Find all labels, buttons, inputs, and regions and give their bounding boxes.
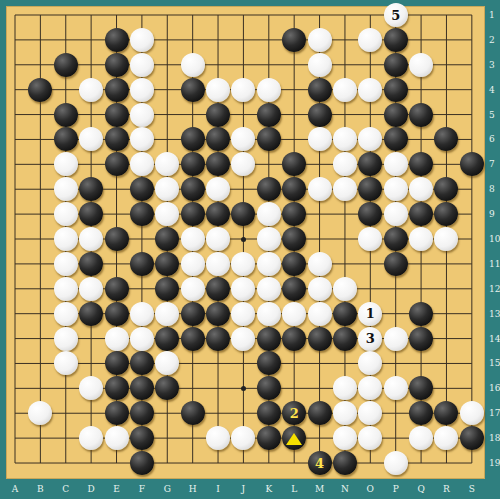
column-label-F: F [139, 484, 145, 494]
black-stone-P3[interactable] [384, 53, 408, 77]
black-stone-E2[interactable] [105, 28, 129, 52]
black-stone-M14[interactable] [308, 327, 332, 351]
white-stone-M2[interactable] [308, 28, 332, 52]
white-stone-O4[interactable] [358, 78, 382, 102]
move-4-stone[interactable]: 4 [308, 451, 332, 475]
black-stone-K8[interactable] [257, 177, 281, 201]
black-stone-H17[interactable] [181, 401, 205, 425]
row-label-12: 12 [489, 284, 500, 294]
move-1-stone[interactable]: 1 [358, 302, 382, 326]
column-label-O: O [367, 484, 374, 494]
row-label-11: 11 [489, 259, 500, 269]
white-stone-C11[interactable] [54, 252, 78, 276]
white-stone-P8[interactable] [384, 177, 408, 201]
row-label-1: 1 [489, 10, 495, 20]
black-stone-G14[interactable] [155, 327, 179, 351]
row-label-18: 18 [489, 433, 500, 443]
column-label-D: D [88, 484, 95, 494]
white-stone-I4[interactable] [206, 78, 230, 102]
black-stone-K18[interactable] [257, 426, 281, 450]
black-stone-H9[interactable] [181, 202, 205, 226]
column-label-I: I [216, 484, 220, 494]
white-stone-M13[interactable] [308, 302, 332, 326]
column-label-R: R [443, 484, 450, 494]
black-stone-P10[interactable] [384, 227, 408, 251]
white-stone-N4[interactable] [333, 78, 357, 102]
column-label-Q: Q [417, 484, 424, 494]
black-stone-H4[interactable] [181, 78, 205, 102]
black-stone-D13[interactable] [79, 302, 103, 326]
white-stone-H3[interactable] [181, 53, 205, 77]
white-stone-M6[interactable] [308, 127, 332, 151]
row-label-6: 6 [489, 134, 495, 144]
white-stone-N8[interactable] [333, 177, 357, 201]
white-stone-D4[interactable] [79, 78, 103, 102]
black-stone-P2[interactable] [384, 28, 408, 52]
black-stone-L10[interactable] [282, 227, 306, 251]
row-label-9: 9 [489, 209, 495, 219]
black-stone-F8[interactable] [130, 177, 154, 201]
white-stone-N12[interactable] [333, 277, 357, 301]
black-stone-I9[interactable] [206, 202, 230, 226]
black-stone-K5[interactable] [257, 103, 281, 127]
black-stone-L11[interactable] [282, 252, 306, 276]
white-stone-H10[interactable] [181, 227, 205, 251]
black-stone-S18[interactable] [460, 426, 484, 450]
black-stone-C3[interactable] [54, 53, 78, 77]
white-stone-I18[interactable] [206, 426, 230, 450]
row-label-10: 10 [489, 234, 500, 244]
triangle-marker [286, 433, 302, 445]
white-stone-F2[interactable] [130, 28, 154, 52]
black-stone-P6[interactable] [384, 127, 408, 151]
white-stone-P9[interactable] [384, 202, 408, 226]
column-label-K: K [265, 484, 272, 494]
black-stone-H14[interactable] [181, 327, 205, 351]
white-stone-C7[interactable] [54, 152, 78, 176]
black-stone-E10[interactable] [105, 227, 129, 251]
row-label-5: 5 [489, 110, 495, 120]
black-stone-H8[interactable] [181, 177, 205, 201]
white-stone-L13[interactable] [282, 302, 306, 326]
white-stone-K13[interactable] [257, 302, 281, 326]
black-stone-F11[interactable] [130, 252, 154, 276]
black-stone-Q5[interactable] [409, 103, 433, 127]
white-stone-K9[interactable] [257, 202, 281, 226]
black-stone-M17[interactable] [308, 401, 332, 425]
white-stone-H11[interactable] [181, 252, 205, 276]
row-label-7: 7 [489, 159, 495, 169]
white-stone-C14[interactable] [54, 327, 78, 351]
white-stone-C12[interactable] [54, 277, 78, 301]
white-stone-F13[interactable] [130, 302, 154, 326]
black-stone-D11[interactable] [79, 252, 103, 276]
black-stone-F17[interactable] [130, 401, 154, 425]
black-stone-E17[interactable] [105, 401, 129, 425]
white-stone-P16[interactable] [384, 376, 408, 400]
black-stone-M5[interactable] [308, 103, 332, 127]
black-stone-G11[interactable] [155, 252, 179, 276]
black-stone-E12[interactable] [105, 277, 129, 301]
white-stone-N17[interactable] [333, 401, 357, 425]
black-stone-Q9[interactable] [409, 202, 433, 226]
black-stone-E7[interactable] [105, 152, 129, 176]
column-label-S: S [469, 484, 475, 494]
column-label-L: L [291, 484, 297, 494]
black-stone-E6[interactable] [105, 127, 129, 151]
row-label-15: 15 [489, 358, 500, 368]
column-label-N: N [341, 484, 349, 494]
black-stone-G12[interactable] [155, 277, 179, 301]
black-stone-K17[interactable] [257, 401, 281, 425]
white-stone-C8[interactable] [54, 177, 78, 201]
row-label-4: 4 [489, 85, 495, 95]
row-label-19: 19 [489, 458, 500, 468]
white-stone-C9[interactable] [54, 202, 78, 226]
row-label-17: 17 [489, 408, 500, 418]
black-stone-C5[interactable] [54, 103, 78, 127]
white-stone-J14[interactable] [231, 327, 255, 351]
white-stone-E18[interactable] [105, 426, 129, 450]
black-stone-L2[interactable] [282, 28, 306, 52]
column-label-A: A [12, 484, 19, 494]
board-frame: 51324 ABCDEFGHIJKLMNOPQRS 12345678910111… [0, 0, 500, 499]
black-stone-I13[interactable] [206, 302, 230, 326]
black-stone-Q13[interactable] [409, 302, 433, 326]
white-stone-C13[interactable] [54, 302, 78, 326]
white-stone-M3[interactable] [308, 53, 332, 77]
black-stone-N19[interactable] [333, 451, 357, 475]
white-stone-P7[interactable] [384, 152, 408, 176]
white-stone-C10[interactable] [54, 227, 78, 251]
white-stone-J4[interactable] [231, 78, 255, 102]
black-stone-I14[interactable] [206, 327, 230, 351]
black-stone-P5[interactable] [384, 103, 408, 127]
black-stone-K16[interactable] [257, 376, 281, 400]
black-stone-F18[interactable] [130, 426, 154, 450]
black-stone-Q14[interactable] [409, 327, 433, 351]
hoshi-point [241, 237, 246, 242]
column-label-H: H [189, 484, 197, 494]
white-stone-G13[interactable] [155, 302, 179, 326]
white-stone-K10[interactable] [257, 227, 281, 251]
row-label-13: 13 [489, 309, 500, 319]
black-stone-P11[interactable] [384, 252, 408, 276]
black-stone-H13[interactable] [181, 302, 205, 326]
white-stone-Q3[interactable] [409, 53, 433, 77]
black-stone-E5[interactable] [105, 103, 129, 127]
black-stone-I12[interactable] [206, 277, 230, 301]
white-stone-I11[interactable] [206, 252, 230, 276]
white-stone-H12[interactable] [181, 277, 205, 301]
white-stone-M12[interactable] [308, 277, 332, 301]
white-stone-N18[interactable] [333, 426, 357, 450]
white-stone-F14[interactable] [130, 327, 154, 351]
go-board[interactable]: 51324 [6, 6, 485, 479]
column-label-G: G [164, 484, 171, 494]
column-label-P: P [393, 484, 399, 494]
black-stone-E16[interactable] [105, 376, 129, 400]
white-stone-M11[interactable] [308, 252, 332, 276]
black-stone-E13[interactable] [105, 302, 129, 326]
white-stone-K12[interactable] [257, 277, 281, 301]
white-stone-J13[interactable] [231, 302, 255, 326]
column-label-C: C [62, 484, 69, 494]
column-label-M: M [315, 484, 324, 494]
row-label-8: 8 [489, 184, 495, 194]
column-label-E: E [113, 484, 120, 494]
white-stone-I10[interactable] [206, 227, 230, 251]
black-stone-F9[interactable] [130, 202, 154, 226]
white-stone-F3[interactable] [130, 53, 154, 77]
black-stone-E4[interactable] [105, 78, 129, 102]
black-stone-P4[interactable] [384, 78, 408, 102]
white-stone-E14[interactable] [105, 327, 129, 351]
move-5-stone[interactable]: 5 [384, 3, 408, 27]
white-stone-D10[interactable] [79, 227, 103, 251]
black-stone-I5[interactable] [206, 103, 230, 127]
black-stone-M4[interactable] [308, 78, 332, 102]
move-3-stone[interactable]: 3 [358, 327, 382, 351]
white-stone-Q10[interactable] [409, 227, 433, 251]
white-stone-S17[interactable] [460, 401, 484, 425]
white-stone-K4[interactable] [257, 78, 281, 102]
black-stone-B4[interactable] [28, 78, 52, 102]
black-stone-L14[interactable] [282, 327, 306, 351]
white-stone-F4[interactable] [130, 78, 154, 102]
black-stone-L12[interactable] [282, 277, 306, 301]
black-stone-F19[interactable] [130, 451, 154, 475]
row-label-14: 14 [489, 334, 500, 344]
white-stone-M8[interactable] [308, 177, 332, 201]
white-stone-D12[interactable] [79, 277, 103, 301]
black-stone-S7[interactable] [460, 152, 484, 176]
column-label-J: J [242, 484, 246, 494]
column-label-B: B [37, 484, 44, 494]
black-stone-K14[interactable] [257, 327, 281, 351]
black-stone-N14[interactable] [333, 327, 357, 351]
white-stone-P14[interactable] [384, 327, 408, 351]
row-label-2: 2 [489, 35, 495, 45]
black-stone-H6[interactable] [181, 127, 205, 151]
hoshi-point [241, 386, 246, 391]
row-label-16: 16 [489, 383, 500, 393]
black-stone-E15[interactable] [105, 351, 129, 375]
white-stone-K11[interactable] [257, 252, 281, 276]
black-stone-H7[interactable] [181, 152, 205, 176]
black-stone-E3[interactable] [105, 53, 129, 77]
row-label-3: 3 [489, 60, 495, 70]
white-stone-F5[interactable] [130, 103, 154, 127]
white-stone-P19[interactable] [384, 451, 408, 475]
black-stone-N13[interactable] [333, 302, 357, 326]
